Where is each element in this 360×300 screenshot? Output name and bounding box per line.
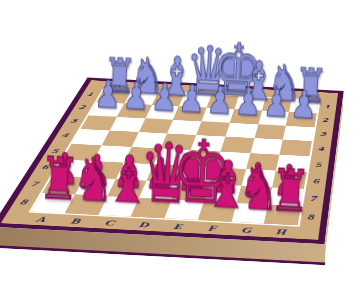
file-label: F — [194, 221, 232, 235]
square-c8[interactable]: ♝ — [98, 196, 139, 216]
square-f8[interactable]: ♝ — [198, 201, 236, 221]
piece-white-pawn[interactable]: ♟ — [290, 85, 314, 124]
square-a8[interactable]: ♜ — [31, 193, 74, 213]
piece-black-knight[interactable]: ♞ — [236, 158, 265, 219]
square-h3[interactable] — [283, 125, 314, 141]
square-g8[interactable]: ♞ — [231, 203, 268, 223]
board-frame: ABCDEFGH ABCDEFGH 12345678 12345678 ♜♞♝♛… — [0, 78, 344, 245]
file-label: D — [125, 218, 164, 232]
board-perspective-wrapper: ABCDEFGH ABCDEFGH 12345678 12345678 ♜♞♝♛… — [0, 0, 360, 300]
piece-white-pawn[interactable]: ♟ — [150, 78, 174, 117]
scene: ABCDEFGH ABCDEFGH 12345678 12345678 ♜♞♝♛… — [0, 0, 360, 300]
square-c2[interactable]: ♟ — [145, 105, 179, 120]
square-h2[interactable]: ♟ — [286, 112, 317, 127]
piece-white-pawn[interactable]: ♟ — [262, 83, 286, 122]
file-label: C — [90, 216, 130, 230]
piece-black-queen[interactable]: ♛ — [137, 130, 167, 214]
file-label: G — [229, 223, 266, 237]
square-h4[interactable] — [280, 140, 312, 157]
file-label: E — [159, 220, 197, 234]
square-g2[interactable]: ♟ — [258, 111, 289, 126]
square-b8[interactable]: ♞ — [65, 195, 107, 215]
square-h8[interactable]: ♜ — [264, 205, 300, 225]
piece-black-bishop[interactable]: ♝ — [203, 152, 232, 218]
piece-white-pawn[interactable]: ♟ — [94, 75, 118, 114]
piece-black-rook[interactable]: ♜ — [269, 162, 298, 221]
rank-label: 4 — [311, 141, 331, 157]
piece-white-pawn[interactable]: ♟ — [206, 81, 230, 120]
rank-label: 3 — [314, 127, 333, 142]
piece-white-pawn[interactable]: ♟ — [234, 82, 258, 121]
square-f2[interactable]: ♟ — [230, 109, 262, 124]
rank-label: 2 — [316, 113, 335, 128]
board-rotation-wrapper: ABCDEFGH ABCDEFGH 12345678 12345678 ♜♞♝♛… — [0, 0, 360, 300]
piece-black-king[interactable]: ♚ — [170, 128, 200, 216]
piece-black-rook[interactable]: ♜ — [37, 150, 66, 209]
file-label: H — [263, 225, 300, 239]
square-g3[interactable] — [254, 124, 286, 140]
piece-black-bishop[interactable]: ♝ — [104, 146, 133, 212]
piece-black-knight[interactable]: ♞ — [70, 149, 99, 210]
rank-label: 4 — [52, 128, 79, 144]
piece-white-pawn[interactable]: ♟ — [178, 79, 202, 118]
piece-white-pawn[interactable]: ♟ — [122, 76, 146, 115]
board-3d: ABCDEFGH ABCDEFGH 12345678 12345678 ♜♞♝♛… — [0, 78, 344, 245]
